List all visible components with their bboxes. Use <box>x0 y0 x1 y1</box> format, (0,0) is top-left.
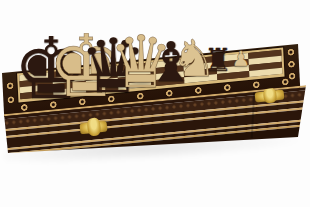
dark-rook-piece: ♜ <box>204 44 233 76</box>
rosette-motif-icon <box>288 72 295 80</box>
rosette-motif-icon <box>287 60 294 68</box>
rosette-motif-icon <box>223 84 230 92</box>
clasp-knob <box>262 87 276 103</box>
chess-box-product-photo: ♚♚♛♛♝♞♜♟ <box>0 0 310 207</box>
rosette-motif-icon <box>287 48 294 56</box>
light-pawn-piece: ♟ <box>232 49 251 70</box>
rosette-motif-icon <box>252 81 259 89</box>
rosette-motif-icon <box>281 78 288 86</box>
clasp-knob <box>86 117 101 136</box>
